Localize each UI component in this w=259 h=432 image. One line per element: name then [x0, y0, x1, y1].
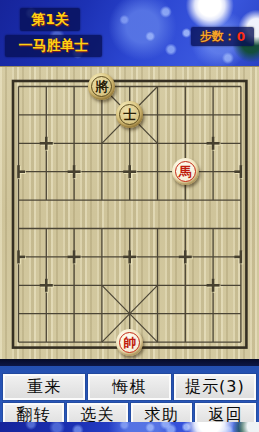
steps-badge: 步数： 0	[191, 27, 254, 46]
piece-glyph: 將	[91, 76, 112, 97]
restart-button[interactable]: 重来	[3, 374, 85, 400]
app-window: 第1关 一马胜单士 步数： 0 將士馬帥 重来 悔棋 提示(3) 翻转 选关 求…	[0, 0, 259, 432]
button-panel: 重来 悔棋 提示(3) 翻转 选关 求助 返回	[0, 359, 259, 432]
panel-body: 重来 悔棋 提示(3) 翻转 选关 求助 返回	[0, 366, 259, 422]
steps-value: 0	[237, 30, 245, 44]
panel-top-strip	[0, 359, 259, 366]
piece-glyph: 馬	[175, 161, 196, 182]
puzzle-title: 一马胜单士	[19, 37, 89, 55]
panel-bottom-strip	[0, 422, 259, 432]
xiangqi-board[interactable]: 將士馬帥	[0, 66, 259, 360]
puzzle-title-badge: 一马胜单士	[5, 35, 102, 57]
piece-red-horse[interactable]: 馬	[172, 158, 199, 185]
piece-glyph: 帥	[119, 332, 140, 353]
button-row-1: 重来 悔棋 提示(3)	[0, 374, 259, 400]
piece-red-general[interactable]: 帥	[116, 329, 143, 356]
level-badge: 第1关	[20, 8, 80, 31]
level-label: 第1关	[31, 11, 69, 29]
hint-button[interactable]: 提示(3)	[174, 374, 256, 400]
piece-glyph: 士	[119, 104, 140, 125]
steps-label: 步数：	[200, 28, 236, 45]
header: 第1关 一马胜单士 步数： 0	[0, 0, 259, 66]
undo-button[interactable]: 悔棋	[88, 374, 170, 400]
